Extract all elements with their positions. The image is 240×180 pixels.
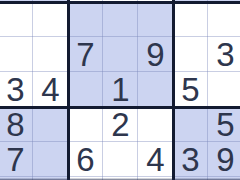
cell-r9c7[interactable] (173, 177, 208, 180)
cell-r8c4[interactable]: 6 (68, 142, 103, 177)
cell-r9c2[interactable] (0, 177, 33, 180)
cell-r5c6[interactable]: 9 (138, 37, 173, 72)
cell-r8c3[interactable] (33, 142, 68, 177)
cell-r4c7[interactable] (173, 2, 208, 37)
cell-r9c3[interactable] (33, 177, 68, 180)
cell-r6c5[interactable]: 1 (103, 72, 138, 107)
cell-r9c6[interactable] (138, 177, 173, 180)
cell-r4c8[interactable] (208, 2, 240, 37)
cell-r6c6[interactable] (138, 72, 173, 107)
cell-r4c4[interactable] (68, 2, 103, 37)
cell-r4c5[interactable] (103, 2, 138, 37)
cell-r9c8[interactable] (208, 177, 240, 180)
board-viewport: 793341582576439 (0, 0, 240, 180)
cell-r5c8[interactable]: 3 (208, 37, 240, 72)
cell-r7c4[interactable] (68, 107, 103, 142)
cell-r6c7[interactable]: 5 (173, 72, 208, 107)
sudoku-board: 793341582576439 (0, 0, 240, 180)
cell-r8c7[interactable]: 3 (173, 142, 208, 177)
cell-r7c2[interactable]: 8 (0, 107, 33, 142)
cell-r6c8[interactable] (208, 72, 240, 107)
cell-r5c3[interactable] (33, 37, 68, 72)
cell-r4c6[interactable] (138, 2, 173, 37)
cell-r5c5[interactable] (103, 37, 138, 72)
cell-r7c6[interactable] (138, 107, 173, 142)
cell-r7c7[interactable] (173, 107, 208, 142)
cell-r8c8[interactable]: 9 (208, 142, 240, 177)
cell-r7c8[interactable]: 5 (208, 107, 240, 142)
cell-r6c4[interactable] (68, 72, 103, 107)
cell-r8c2[interactable]: 7 (0, 142, 33, 177)
cell-r7c5[interactable]: 2 (103, 107, 138, 142)
cell-r4c3[interactable] (33, 2, 68, 37)
cell-r9c4[interactable] (68, 177, 103, 180)
cell-r8c5[interactable] (103, 142, 138, 177)
cell-r4c2[interactable] (0, 2, 33, 37)
cell-r7c3[interactable] (33, 107, 68, 142)
cell-r9c5[interactable] (103, 177, 138, 180)
cell-r5c7[interactable] (173, 37, 208, 72)
cell-r8c6[interactable]: 4 (138, 142, 173, 177)
cell-r6c2[interactable]: 3 (0, 72, 33, 107)
cell-r5c2[interactable] (0, 37, 33, 72)
cell-r6c3[interactable]: 4 (33, 72, 68, 107)
cell-r5c4[interactable]: 7 (68, 37, 103, 72)
